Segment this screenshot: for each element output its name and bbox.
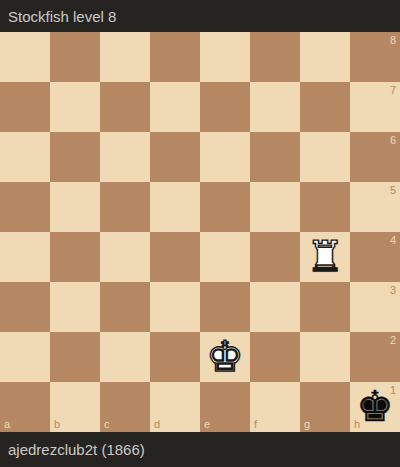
square-h6[interactable]: 6 [350, 132, 400, 182]
file-label-g: g [304, 419, 310, 430]
white-rook[interactable]: ♜ [300, 232, 350, 282]
square-a7[interactable] [0, 82, 50, 132]
file-label-a: a [4, 419, 10, 430]
black-king[interactable]: ♚ [350, 382, 400, 432]
square-f5[interactable] [250, 182, 300, 232]
square-b1[interactable]: b [50, 382, 100, 432]
square-a6[interactable] [0, 132, 50, 182]
square-b5[interactable] [50, 182, 100, 232]
rank-label-2: 2 [390, 335, 396, 346]
square-b2[interactable] [50, 332, 100, 382]
square-e5[interactable] [200, 182, 250, 232]
square-h7[interactable]: 7 [350, 82, 400, 132]
square-e3[interactable] [200, 282, 250, 332]
square-d5[interactable] [150, 182, 200, 232]
opponent-name: Stockfish level 8 [8, 8, 116, 25]
square-c4[interactable] [100, 232, 150, 282]
file-label-c: c [104, 419, 110, 430]
square-c8[interactable] [100, 32, 150, 82]
square-c6[interactable] [100, 132, 150, 182]
rank-label-4: 4 [390, 235, 396, 246]
square-g4[interactable]: ♜ [300, 232, 350, 282]
square-e1[interactable]: e [200, 382, 250, 432]
rank-label-7: 7 [390, 85, 396, 96]
square-f2[interactable] [250, 332, 300, 382]
square-h4[interactable]: 4 [350, 232, 400, 282]
square-a8[interactable] [0, 32, 50, 82]
square-a1[interactable]: a [0, 382, 50, 432]
square-e7[interactable] [200, 82, 250, 132]
square-e2[interactable]: ♚ [200, 332, 250, 382]
square-f8[interactable] [250, 32, 300, 82]
file-label-d: d [154, 419, 160, 430]
file-label-f: f [254, 419, 257, 430]
square-b7[interactable] [50, 82, 100, 132]
square-c3[interactable] [100, 282, 150, 332]
white-king[interactable]: ♚ [200, 332, 250, 382]
square-d8[interactable] [150, 32, 200, 82]
rank-label-3: 3 [390, 285, 396, 296]
square-e4[interactable] [200, 232, 250, 282]
square-f7[interactable] [250, 82, 300, 132]
square-h5[interactable]: 5 [350, 182, 400, 232]
square-b4[interactable] [50, 232, 100, 282]
square-a2[interactable] [0, 332, 50, 382]
square-f3[interactable] [250, 282, 300, 332]
square-g3[interactable] [300, 282, 350, 332]
bottom-bar: ajedrezclub2t (1866) [0, 432, 400, 467]
square-d6[interactable] [150, 132, 200, 182]
square-d1[interactable]: d [150, 382, 200, 432]
rank-label-6: 6 [390, 135, 396, 146]
square-c1[interactable]: c [100, 382, 150, 432]
square-d4[interactable] [150, 232, 200, 282]
square-g2[interactable] [300, 332, 350, 382]
square-c2[interactable] [100, 332, 150, 382]
rank-label-8: 8 [390, 35, 396, 46]
square-f4[interactable] [250, 232, 300, 282]
square-h2[interactable]: 2 [350, 332, 400, 382]
square-f6[interactable] [250, 132, 300, 182]
square-g5[interactable] [300, 182, 350, 232]
chess-board: 8765♜43♚2abcdefg1h♚ [0, 32, 400, 432]
square-h8[interactable]: 8 [350, 32, 400, 82]
chess-app-window: Stockfish level 8 8765♜43♚2abcdefg1h♚ aj… [0, 0, 400, 467]
square-g6[interactable] [300, 132, 350, 182]
square-c7[interactable] [100, 82, 150, 132]
file-label-b: b [54, 419, 60, 430]
square-g8[interactable] [300, 32, 350, 82]
square-a5[interactable] [0, 182, 50, 232]
square-c5[interactable] [100, 182, 150, 232]
square-h3[interactable]: 3 [350, 282, 400, 332]
square-d3[interactable] [150, 282, 200, 332]
square-d2[interactable] [150, 332, 200, 382]
player-name: ajedrezclub2t (1866) [8, 441, 145, 458]
square-b6[interactable] [50, 132, 100, 182]
square-g7[interactable] [300, 82, 350, 132]
square-h1[interactable]: 1h♚ [350, 382, 400, 432]
square-f1[interactable]: f [250, 382, 300, 432]
square-d7[interactable] [150, 82, 200, 132]
square-e6[interactable] [200, 132, 250, 182]
file-label-e: e [204, 419, 210, 430]
square-g1[interactable]: g [300, 382, 350, 432]
square-b8[interactable] [50, 32, 100, 82]
rank-label-5: 5 [390, 185, 396, 196]
square-a3[interactable] [0, 282, 50, 332]
square-a4[interactable] [0, 232, 50, 282]
square-e8[interactable] [200, 32, 250, 82]
top-bar: Stockfish level 8 [0, 0, 400, 32]
square-b3[interactable] [50, 282, 100, 332]
